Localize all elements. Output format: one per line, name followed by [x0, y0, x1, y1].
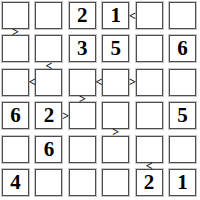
- cell-r4c1[interactable]: 6: [2, 102, 29, 129]
- cell-r6c1[interactable]: 4: [2, 169, 29, 196]
- cell-r1c1[interactable]: [2, 2, 29, 29]
- cell-r3c3[interactable]: [69, 69, 96, 96]
- cell-r2c1[interactable]: [2, 35, 29, 62]
- cell-r1c4[interactable]: 1: [102, 2, 129, 29]
- cell-r5c3[interactable]: [69, 136, 96, 163]
- cell-r1c2[interactable]: [35, 2, 62, 29]
- cell-r6c6[interactable]: 1: [169, 169, 196, 196]
- cell-r5c1[interactable]: [2, 136, 29, 163]
- cell-r2c3[interactable]: 3: [69, 35, 96, 62]
- cell-r6c5[interactable]: 2: [136, 169, 163, 196]
- cell-r5c4[interactable]: [102, 136, 129, 163]
- cell-r2c4[interactable]: 5: [102, 35, 129, 62]
- cell-r3c1[interactable]: [2, 69, 29, 96]
- cell-r3c2[interactable]: [35, 69, 62, 96]
- cell-r4c2[interactable]: 2: [35, 102, 62, 129]
- cell-r3c4[interactable]: [102, 69, 129, 96]
- cell-r6c2[interactable]: [35, 169, 62, 196]
- cell-r6c3[interactable]: [69, 169, 96, 196]
- cell-r6c4[interactable]: [102, 169, 129, 196]
- cell-r3c5[interactable]: [136, 69, 163, 96]
- cell-r4c6[interactable]: 5: [169, 102, 196, 129]
- cell-r4c4[interactable]: [102, 102, 129, 129]
- cell-r2c6[interactable]: 6: [169, 35, 196, 62]
- cell-r4c3[interactable]: [69, 102, 96, 129]
- cell-r3c6[interactable]: [169, 69, 196, 96]
- cell-r2c2[interactable]: [35, 35, 62, 62]
- cell-r5c6[interactable]: [169, 136, 196, 163]
- cell-r1c5[interactable]: [136, 2, 163, 29]
- cell-r1c3[interactable]: 2: [69, 2, 96, 29]
- cell-r5c2[interactable]: 6: [35, 136, 62, 163]
- cell-r2c5[interactable]: [136, 35, 163, 62]
- cell-r5c5[interactable]: [136, 136, 163, 163]
- cell-r1c6[interactable]: [169, 2, 196, 29]
- futoshiki-board: 213566256421<<<>>><>><: [0, 0, 200, 200]
- cell-r4c5[interactable]: [136, 102, 163, 129]
